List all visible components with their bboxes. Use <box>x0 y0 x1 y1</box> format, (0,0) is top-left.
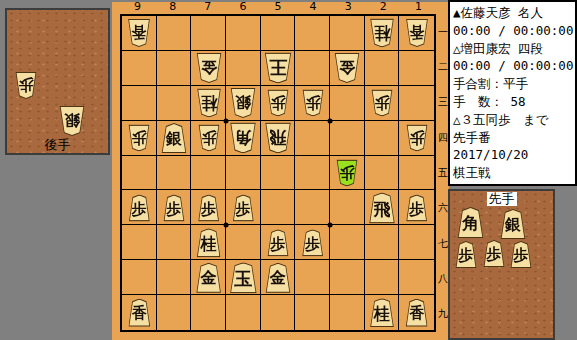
shogi-piece-sente[interactable]: 歩 <box>483 240 505 267</box>
piece-kanji: 歩 <box>305 234 320 253</box>
piece-kanji: 歩 <box>132 128 147 147</box>
piece-kanji: 銀 <box>235 92 251 113</box>
piece-kanji: 香 <box>409 304 424 323</box>
shogi-piece-sente[interactable]: 歩 <box>232 194 254 221</box>
piece-kanji: 歩 <box>375 93 390 112</box>
shogi-piece-sente[interactable]: 歩 <box>302 229 324 256</box>
file-label: 7 <box>190 1 225 13</box>
piece-face: 角 <box>458 208 483 237</box>
piece-kanji: 桂 <box>374 303 390 324</box>
shogi-piece-sente[interactable]: 桂 <box>370 298 395 327</box>
shogi-piece-gote[interactable]: 王 <box>264 53 292 84</box>
piece-face: 歩 <box>303 230 323 255</box>
shogi-piece-sente[interactable]: 飛 <box>369 192 396 223</box>
shogi-piece-sente[interactable]: 銀 <box>161 123 187 153</box>
info-line: △増田康宏 四段 <box>453 40 574 58</box>
piece-kanji: 飛 <box>374 197 391 220</box>
file-label: 9 <box>120 1 155 13</box>
piece-face: 歩 <box>303 91 323 116</box>
piece-kanji: 歩 <box>305 93 320 112</box>
piece-face: 歩 <box>129 126 149 151</box>
file-label: 2 <box>366 1 401 13</box>
piece-kanji: 銀 <box>505 215 521 236</box>
piece-face: 金 <box>266 264 290 292</box>
piece-kanji: 王 <box>269 55 287 79</box>
piece-kanji: 桂 <box>201 92 217 113</box>
last-move-highlight: 歩 <box>337 161 357 186</box>
shogi-piece-sente[interactable]: 玉 <box>229 262 257 293</box>
piece-kanji: 桂 <box>201 233 217 254</box>
shogi-piece-sente[interactable]: 角 <box>457 207 484 238</box>
shogi-piece-gote[interactable]: 金 <box>334 53 360 83</box>
piece-kanji: 飛 <box>270 126 287 149</box>
piece-face: 香 <box>129 20 150 46</box>
shogi-piece-sente[interactable]: 金 <box>265 263 291 293</box>
shogi-piece-sente[interactable]: 歩 <box>267 229 289 256</box>
piece-face: 王 <box>265 54 291 83</box>
shogi-board[interactable]: 香桂香金王金桂銀歩歩歩歩銀歩角飛歩歩歩歩歩歩飛歩桂歩歩金玉金香桂香 <box>120 14 436 332</box>
piece-kanji: 金 <box>339 57 355 78</box>
piece-kanji: 歩 <box>132 199 147 218</box>
piece-face: 飛 <box>370 193 395 222</box>
piece-face: 桂 <box>371 20 394 47</box>
info-line: 00:00 / 00:00:00 <box>453 22 574 40</box>
piece-face: 香 <box>129 300 150 326</box>
piece-kanji: 金 <box>201 57 217 78</box>
piece-kanji: 歩 <box>271 234 286 253</box>
shogi-board-area: 987654321 一二三四五六七八九 香桂香金王金桂銀歩歩歩歩銀歩角飛歩歩歩歩… <box>112 2 449 340</box>
sente-label: 先手 <box>487 192 517 206</box>
piece-kanji: 歩 <box>271 93 286 112</box>
piece-kanji: 金 <box>201 268 217 289</box>
piece-face: 飛 <box>266 124 291 153</box>
gote-label: 後手 <box>45 138 71 152</box>
shogi-piece-gote[interactable]: 金 <box>196 53 222 83</box>
file-coordinates: 987654321 <box>120 1 436 13</box>
piece-kanji: 香 <box>132 304 147 323</box>
file-label: 5 <box>260 1 295 13</box>
shogi-piece-gote[interactable]: 歩 <box>15 72 37 99</box>
piece-kanji: 玉 <box>234 267 252 291</box>
piece-kanji: 歩 <box>201 199 216 218</box>
piece-face: 歩 <box>164 195 184 220</box>
shogi-piece-sente[interactable]: 歩 <box>163 194 185 221</box>
piece-face: 歩 <box>199 126 219 151</box>
piece-face: 歩 <box>16 73 36 98</box>
shogi-piece-sente[interactable]: 香 <box>128 299 151 327</box>
shogi-piece-gote[interactable]: 歩 <box>267 90 289 117</box>
shogi-piece-sente[interactable]: 銀 <box>500 209 526 239</box>
piece-face: 歩 <box>129 195 149 220</box>
file-label: 8 <box>155 1 190 13</box>
info-line: △３五同歩 まで <box>453 111 574 129</box>
piece-kanji: 歩 <box>487 245 502 264</box>
piece-kanji: 香 <box>409 23 424 42</box>
shogi-piece-gote[interactable]: 歩 <box>406 125 428 152</box>
shogi-piece-gote[interactable]: 桂 <box>370 19 395 48</box>
shogi-piece-gote[interactable]: 歩 <box>128 125 150 152</box>
shogi-piece-gote[interactable]: 銀 <box>230 88 256 118</box>
shogi-piece-gote[interactable]: 飛 <box>265 123 292 154</box>
piece-kanji: 角 <box>462 212 479 235</box>
piece-kanji: 歩 <box>409 199 424 218</box>
shogi-piece-gote[interactable]: 歩 <box>198 125 220 152</box>
info-line: 先手番 <box>453 129 574 147</box>
piece-face: 銀 <box>60 107 84 135</box>
piece-kanji: 歩 <box>19 75 34 94</box>
piece-face: 歩 <box>407 126 427 151</box>
piece-face: 桂 <box>371 299 394 326</box>
game-info-panel: ▲佐藤天彦 名人00:00 / 00:00:00△増田康宏 四段00:00 / … <box>448 0 577 186</box>
piece-face: 歩 <box>199 195 219 220</box>
piece-kanji: 金 <box>270 268 286 289</box>
komadai-sente: 先手 角銀歩歩歩 <box>448 189 555 340</box>
piece-kanji: 桂 <box>374 22 390 43</box>
shogi-piece-sente[interactable]: 香 <box>405 299 428 327</box>
piece-face: 香 <box>406 20 427 46</box>
piece-kanji: 歩 <box>167 199 182 218</box>
piece-layer: 香桂香金王金桂銀歩歩歩歩銀歩角飛歩歩歩歩歩歩飛歩桂歩歩金玉金香桂香 <box>122 16 434 330</box>
piece-face: 桂 <box>197 229 220 256</box>
info-line: 2017/10/20 <box>453 146 574 164</box>
piece-face: 歩 <box>233 195 253 220</box>
shogi-piece-sente[interactable]: 桂 <box>196 228 221 257</box>
shogi-piece-gote[interactable]: 歩 <box>336 160 358 187</box>
piece-face: 香 <box>406 300 427 326</box>
shogi-piece-sente[interactable]: 歩 <box>510 241 532 268</box>
shogi-piece-sente[interactable]: 歩 <box>455 241 477 268</box>
piece-face: 銀 <box>231 89 255 117</box>
shogi-piece-sente[interactable]: 歩 <box>406 194 428 221</box>
piece-face: 玉 <box>230 263 256 292</box>
info-line: 手 数： 58 <box>453 93 574 111</box>
shogi-piece-gote[interactable]: 歩 <box>371 90 393 117</box>
shogi-piece-sente[interactable]: 歩 <box>198 194 220 221</box>
piece-face: 金 <box>197 54 221 82</box>
piece-face: 歩 <box>268 230 288 255</box>
piece-face: 金 <box>335 54 359 82</box>
piece-kanji: 歩 <box>340 163 355 182</box>
piece-face: 歩 <box>268 91 288 116</box>
piece-face: 金 <box>197 264 221 292</box>
piece-face: 歩 <box>372 91 392 116</box>
piece-kanji: 歩 <box>236 199 251 218</box>
piece-kanji: 角 <box>235 126 252 149</box>
info-line: 手合割：平手 <box>453 75 574 93</box>
file-label: 4 <box>296 1 331 13</box>
info-line: 棋王戦 <box>453 164 574 182</box>
shogi-piece-gote[interactable]: 香 <box>128 19 151 47</box>
info-line: 00:00 / 00:00:00 <box>453 57 574 75</box>
piece-kanji: 歩 <box>409 128 424 147</box>
shogi-piece-gote[interactable]: 角 <box>230 123 257 154</box>
file-label: 6 <box>225 1 260 13</box>
shogi-piece-gote[interactable]: 銀 <box>59 106 85 136</box>
piece-face: 銀 <box>501 210 525 238</box>
piece-kanji: 歩 <box>459 246 474 265</box>
piece-kanji: 銀 <box>166 129 182 150</box>
shogi-piece-sente[interactable]: 金 <box>196 263 222 293</box>
piece-kanji: 歩 <box>201 128 216 147</box>
shogi-piece-gote[interactable]: 香 <box>405 19 428 47</box>
piece-face: 桂 <box>197 90 220 117</box>
piece-face: 歩 <box>484 241 504 266</box>
piece-kanji: 銀 <box>64 110 80 131</box>
shogi-piece-sente[interactable]: 歩 <box>128 194 150 221</box>
piece-kanji: 歩 <box>514 246 529 265</box>
komadai-gote: 歩銀 後手 <box>5 8 110 155</box>
file-label: 1 <box>401 1 436 13</box>
piece-kanji: 香 <box>132 23 147 42</box>
shogi-piece-gote[interactable]: 歩 <box>302 90 324 117</box>
shogi-piece-gote[interactable]: 桂 <box>196 89 221 118</box>
piece-face: 歩 <box>456 242 476 267</box>
piece-face: 銀 <box>162 124 186 152</box>
piece-face: 角 <box>231 124 256 153</box>
piece-face: 歩 <box>407 195 427 220</box>
file-label: 3 <box>331 1 366 13</box>
piece-face: 歩 <box>511 242 531 267</box>
info-line: ▲佐藤天彦 名人 <box>453 4 574 22</box>
